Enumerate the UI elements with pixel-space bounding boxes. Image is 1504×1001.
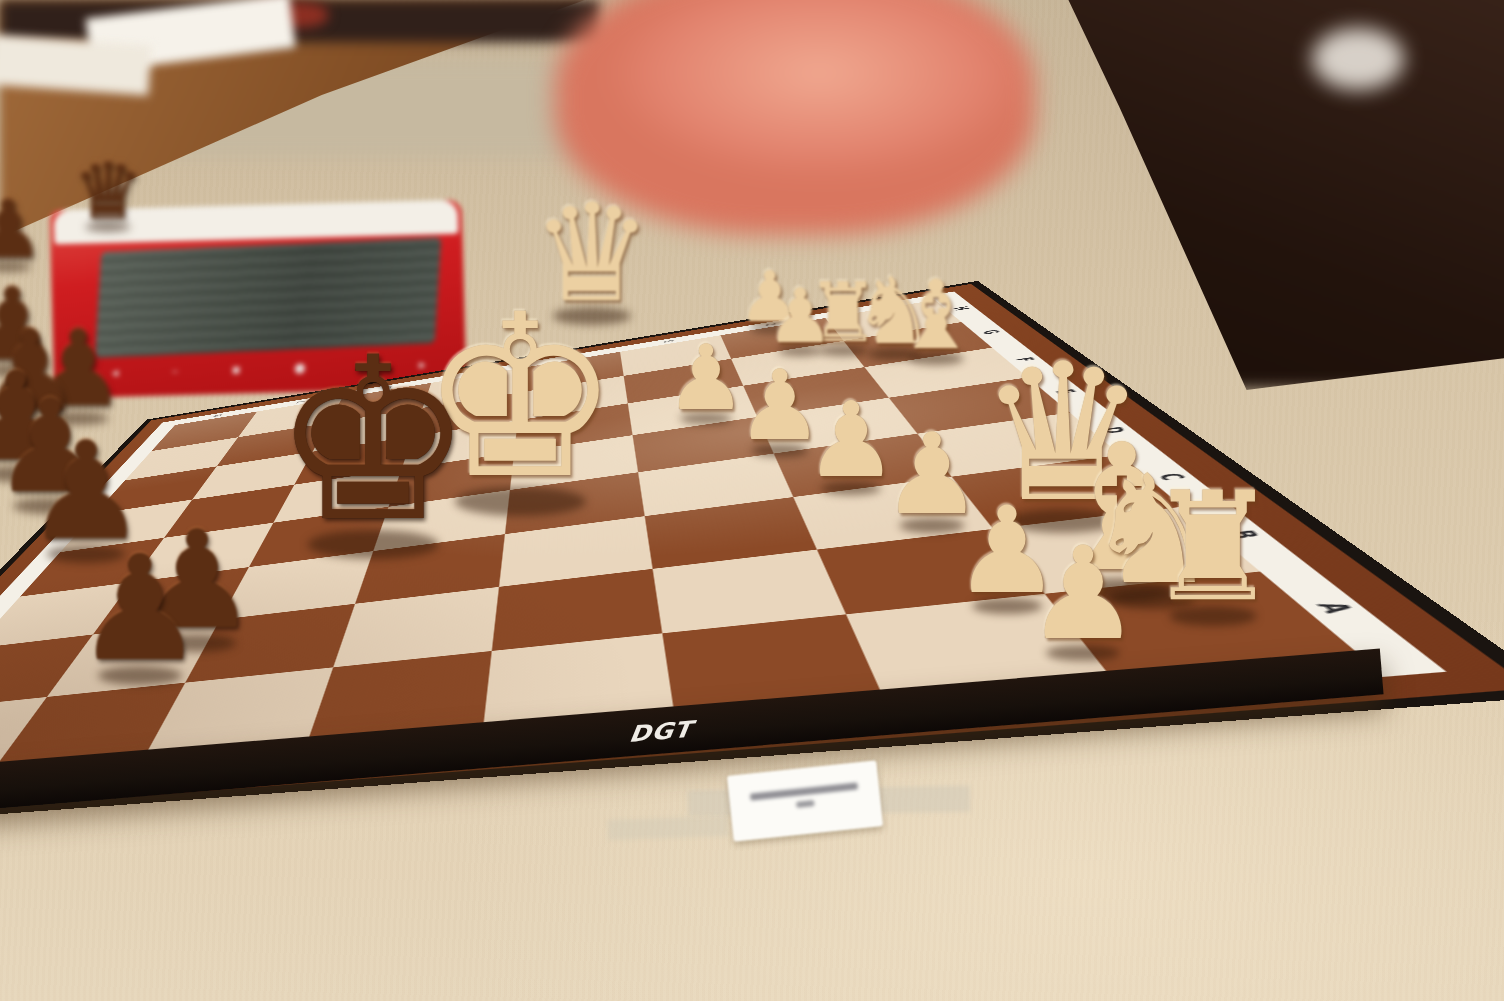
tournament-photo-scene: ◂–▪●–▸ 8765432187654321ABCDEFGH DGT ♛♟♛♟…	[0, 0, 1504, 1001]
tag-text-line-2	[796, 800, 815, 808]
piece-white-bishop-f1: ♝	[893, 265, 978, 360]
piece-black-pawn-a7: ♟	[75, 533, 205, 678]
piece-black-queen-offboard: ♛	[73, 150, 143, 228]
piece-black-king-d6: ♚	[272, 323, 474, 548]
piece-white-pawn-a2: ♟	[1026, 527, 1141, 655]
piece-white-pawn-g2: ♟	[766, 277, 833, 352]
tag-text-line	[750, 782, 858, 800]
piece-black-pawn-offboard: ♟	[0, 188, 44, 268]
table-tape-2	[608, 816, 729, 840]
piece-white-rook-a1: ♜	[1146, 468, 1280, 618]
piece-white-pawn-f2: ♟	[666, 330, 747, 420]
pieces-layer: ♛♟♛♟♜♟♞♝♟♟♟♟♟♟♟♚♟♛♟♚♟♝♞♟♜♟♟♟	[0, 0, 1504, 1001]
